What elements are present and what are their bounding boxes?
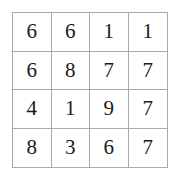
grid-cell-r4c3: 6 bbox=[90, 129, 129, 168]
grid-cell-r4c4: 7 bbox=[129, 129, 168, 168]
grid-cell-r1c3: 1 bbox=[90, 13, 129, 52]
grid-cell-r4c2: 3 bbox=[52, 129, 91, 168]
grid-cell-r1c4: 1 bbox=[129, 13, 168, 52]
grid-cell-r3c3: 9 bbox=[90, 90, 129, 129]
grid-cell-r2c4: 7 bbox=[129, 52, 168, 91]
number-grid: 6611687741978367 bbox=[12, 12, 168, 168]
grid-cell-r2c1: 6 bbox=[13, 52, 52, 91]
grid-cell-r4c1: 8 bbox=[13, 129, 52, 168]
grid-cell-r1c1: 6 bbox=[13, 13, 52, 52]
grid-cell-r3c1: 4 bbox=[13, 90, 52, 129]
grid-cell-r2c2: 8 bbox=[52, 52, 91, 91]
grid-cell-r2c3: 7 bbox=[90, 52, 129, 91]
grid-cell-r1c2: 6 bbox=[52, 13, 91, 52]
grid-cell-r3c2: 1 bbox=[52, 90, 91, 129]
grid-cell-r3c4: 7 bbox=[129, 90, 168, 129]
